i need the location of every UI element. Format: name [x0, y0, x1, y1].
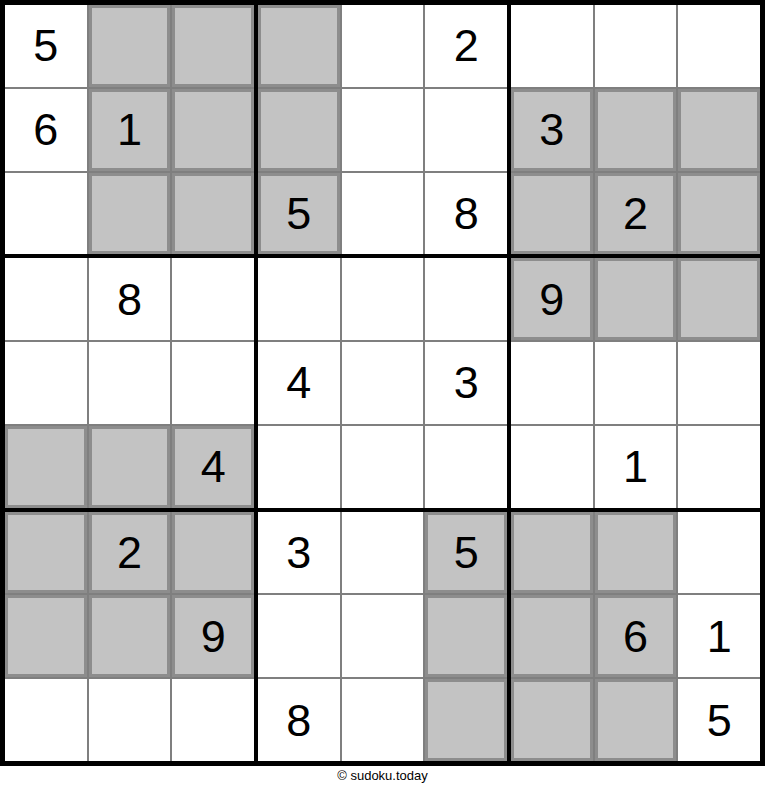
cell-r6c6[interactable] — [425, 426, 507, 508]
cell-r5c5[interactable] — [342, 342, 424, 424]
cell-r9c6[interactable] — [425, 679, 507, 761]
box-2: 258 — [258, 5, 507, 254]
sudoku-page: 5612583284439129358615 © sudoku.today — [0, 0, 765, 785]
cell-r7c1[interactable] — [5, 512, 87, 594]
cell-r7c2[interactable]: 2 — [89, 512, 171, 594]
cell-r2c9[interactable] — [678, 89, 760, 171]
cell-r4c8[interactable] — [595, 258, 677, 340]
cell-r2c3[interactable] — [172, 89, 254, 171]
cell-r8c8[interactable]: 6 — [595, 595, 677, 677]
cell-r9c8[interactable] — [595, 679, 677, 761]
box-5: 43 — [258, 258, 507, 507]
cell-r6c2[interactable] — [89, 426, 171, 508]
cell-r2c6[interactable] — [425, 89, 507, 171]
cell-r5c7[interactable] — [511, 342, 593, 424]
cell-r7c6[interactable]: 5 — [425, 512, 507, 594]
cell-r8c7[interactable] — [511, 595, 593, 677]
cell-r9c2[interactable] — [89, 679, 171, 761]
box-6: 91 — [511, 258, 760, 507]
cell-r5c9[interactable] — [678, 342, 760, 424]
cell-r6c9[interactable] — [678, 426, 760, 508]
cell-r4c6[interactable] — [425, 258, 507, 340]
cell-r6c1[interactable] — [5, 426, 87, 508]
cell-r1c8[interactable] — [595, 5, 677, 87]
box-8: 358 — [258, 512, 507, 761]
copyright-caption: © sudoku.today — [0, 766, 765, 785]
cell-r9c4[interactable]: 8 — [258, 679, 340, 761]
cell-r4c3[interactable] — [172, 258, 254, 340]
cell-r7c7[interactable] — [511, 512, 593, 594]
cell-r7c9[interactable] — [678, 512, 760, 594]
box-3: 32 — [511, 5, 760, 254]
cell-r1c5[interactable] — [342, 5, 424, 87]
cell-r5c3[interactable] — [172, 342, 254, 424]
cell-r1c4[interactable] — [258, 5, 340, 87]
cell-r3c1[interactable] — [5, 173, 87, 255]
cell-r6c5[interactable] — [342, 426, 424, 508]
cell-r2c8[interactable] — [595, 89, 677, 171]
copyright-text: © sudoku.today — [337, 768, 428, 783]
cell-r8c5[interactable] — [342, 595, 424, 677]
cell-r5c6[interactable]: 3 — [425, 342, 507, 424]
cell-r4c9[interactable] — [678, 258, 760, 340]
cell-r8c4[interactable] — [258, 595, 340, 677]
cell-r8c2[interactable] — [89, 595, 171, 677]
cell-r9c3[interactable] — [172, 679, 254, 761]
box-1: 561 — [5, 5, 254, 254]
cell-r9c1[interactable] — [5, 679, 87, 761]
cell-r4c5[interactable] — [342, 258, 424, 340]
cell-r1c6[interactable]: 2 — [425, 5, 507, 87]
cell-r9c9[interactable]: 5 — [678, 679, 760, 761]
sudoku-board: 5612583284439129358615 — [0, 0, 765, 766]
cell-r7c4[interactable]: 3 — [258, 512, 340, 594]
cell-r1c3[interactable] — [172, 5, 254, 87]
cell-r1c7[interactable] — [511, 5, 593, 87]
cell-r2c4[interactable] — [258, 89, 340, 171]
box-9: 615 — [511, 512, 760, 761]
cell-r3c9[interactable] — [678, 173, 760, 255]
cell-r4c1[interactable] — [5, 258, 87, 340]
cell-r3c7[interactable] — [511, 173, 593, 255]
box-7: 29 — [5, 512, 254, 761]
cell-r6c7[interactable] — [511, 426, 593, 508]
box-4: 84 — [5, 258, 254, 507]
cell-r3c4[interactable]: 5 — [258, 173, 340, 255]
cell-r5c4[interactable]: 4 — [258, 342, 340, 424]
cell-r8c6[interactable] — [425, 595, 507, 677]
cell-r8c1[interactable] — [5, 595, 87, 677]
cell-r9c7[interactable] — [511, 679, 593, 761]
cell-r1c1[interactable]: 5 — [5, 5, 87, 87]
cell-r3c8[interactable]: 2 — [595, 173, 677, 255]
cell-r9c5[interactable] — [342, 679, 424, 761]
cell-r2c5[interactable] — [342, 89, 424, 171]
cell-r7c8[interactable] — [595, 512, 677, 594]
cell-r1c9[interactable] — [678, 5, 760, 87]
cell-r6c8[interactable]: 1 — [595, 426, 677, 508]
cell-r4c7[interactable]: 9 — [511, 258, 593, 340]
cell-r3c5[interactable] — [342, 173, 424, 255]
cell-r1c2[interactable] — [89, 5, 171, 87]
cell-r3c3[interactable] — [172, 173, 254, 255]
cell-r4c4[interactable] — [258, 258, 340, 340]
cell-r2c2[interactable]: 1 — [89, 89, 171, 171]
cell-r7c5[interactable] — [342, 512, 424, 594]
cell-r7c3[interactable] — [172, 512, 254, 594]
cell-r5c8[interactable] — [595, 342, 677, 424]
cell-r2c1[interactable]: 6 — [5, 89, 87, 171]
cell-r5c2[interactable] — [89, 342, 171, 424]
cell-r8c9[interactable]: 1 — [678, 595, 760, 677]
cell-r6c4[interactable] — [258, 426, 340, 508]
cell-r6c3[interactable]: 4 — [172, 426, 254, 508]
cell-r4c2[interactable]: 8 — [89, 258, 171, 340]
cell-r3c6[interactable]: 8 — [425, 173, 507, 255]
cell-r2c7[interactable]: 3 — [511, 89, 593, 171]
cell-r5c1[interactable] — [5, 342, 87, 424]
cell-r8c3[interactable]: 9 — [172, 595, 254, 677]
cell-r3c2[interactable] — [89, 173, 171, 255]
